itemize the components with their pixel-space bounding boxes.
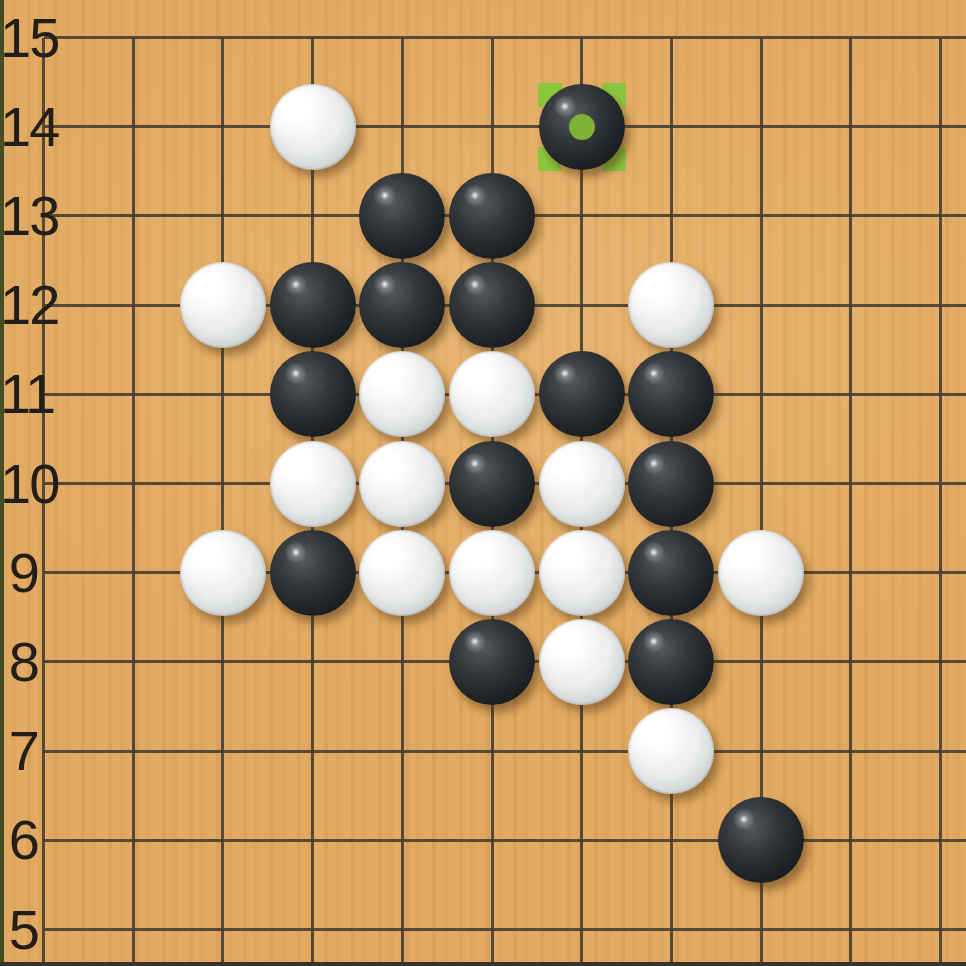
last-move-dot xyxy=(569,114,595,140)
grid-line-row-15 xyxy=(44,36,966,39)
row-label-12: 12 xyxy=(0,277,38,333)
row-label-6: 6 xyxy=(0,812,38,868)
row-label-14: 14 xyxy=(0,99,38,155)
stone-black-F12 xyxy=(449,262,535,348)
stone-white-C12 xyxy=(180,262,266,348)
stone-white-G10 xyxy=(539,441,625,527)
row-label-10: 10 xyxy=(0,456,38,512)
row-label-15: 15 xyxy=(0,10,38,66)
grid-line-row-14 xyxy=(44,125,966,128)
grid-line-row-6 xyxy=(44,839,966,842)
stone-white-C9 xyxy=(180,530,266,616)
stone-black-I6 xyxy=(718,797,804,883)
stone-white-H7 xyxy=(628,708,714,794)
stone-black-F13 xyxy=(449,173,535,259)
stone-white-H12 xyxy=(628,262,714,348)
grid-line-col-B xyxy=(132,38,135,966)
stone-black-D12 xyxy=(270,262,356,348)
stone-black-H9 xyxy=(628,530,714,616)
board-edge-left xyxy=(0,0,4,966)
stone-black-G11 xyxy=(539,351,625,437)
stone-black-D9 xyxy=(270,530,356,616)
stone-white-I9 xyxy=(718,530,804,616)
row-label-7: 7 xyxy=(0,723,38,779)
stone-white-E10 xyxy=(359,441,445,527)
stone-black-F10 xyxy=(449,441,535,527)
stone-white-G9 xyxy=(539,530,625,616)
stone-black-H8 xyxy=(628,619,714,705)
stone-white-F11 xyxy=(449,351,535,437)
grid-line-row-7 xyxy=(44,750,966,753)
stone-white-F9 xyxy=(449,530,535,616)
row-label-5: 5 xyxy=(0,902,38,958)
stone-black-D11 xyxy=(270,351,356,437)
stone-black-E12 xyxy=(359,262,445,348)
grid-line-col-C xyxy=(221,38,224,966)
stone-black-H10 xyxy=(628,441,714,527)
row-label-11: 11 xyxy=(0,366,38,422)
stone-white-D10 xyxy=(270,441,356,527)
stone-white-E9 xyxy=(359,530,445,616)
stone-white-G8 xyxy=(539,619,625,705)
stone-black-E13 xyxy=(359,173,445,259)
grid-line-row-5 xyxy=(44,928,966,931)
stone-black-F8 xyxy=(449,619,535,705)
stone-white-E11 xyxy=(359,351,445,437)
row-label-8: 8 xyxy=(0,634,38,690)
gomoku-board[interactable]: 15141312111098765 xyxy=(0,0,966,966)
grid-line-col-J xyxy=(849,38,852,966)
row-label-13: 13 xyxy=(0,188,38,244)
board-edge-bottom xyxy=(0,962,966,966)
grid-line-col-K xyxy=(939,38,942,966)
stone-black-H11 xyxy=(628,351,714,437)
row-label-9: 9 xyxy=(0,545,38,601)
stone-white-D14 xyxy=(270,84,356,170)
